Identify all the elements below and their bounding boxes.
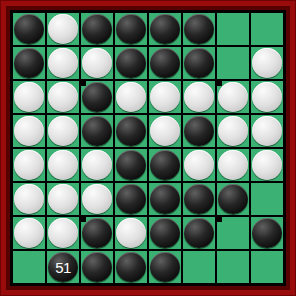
black-disc bbox=[218, 184, 248, 214]
black-disc bbox=[184, 116, 214, 146]
black-disc bbox=[150, 252, 180, 282]
black-disc bbox=[150, 14, 180, 44]
cell-f6[interactable] bbox=[183, 183, 215, 215]
white-disc bbox=[14, 218, 44, 248]
star-point bbox=[80, 216, 86, 222]
cell-a5[interactable] bbox=[13, 149, 45, 181]
cell-a1[interactable] bbox=[13, 13, 45, 45]
cell-g1[interactable] bbox=[217, 13, 249, 45]
cell-e7[interactable] bbox=[149, 217, 181, 249]
white-disc bbox=[48, 14, 78, 44]
cell-h8[interactable] bbox=[251, 251, 283, 283]
cell-f8[interactable] bbox=[183, 251, 215, 283]
cell-e1[interactable] bbox=[149, 13, 181, 45]
black-disc bbox=[150, 184, 180, 214]
black-disc bbox=[116, 150, 146, 180]
cell-d1[interactable] bbox=[115, 13, 147, 45]
cell-b5[interactable] bbox=[47, 149, 79, 181]
cell-h6[interactable] bbox=[251, 183, 283, 215]
black-disc bbox=[184, 218, 214, 248]
black-disc bbox=[150, 218, 180, 248]
black-disc bbox=[82, 252, 112, 282]
white-disc bbox=[48, 218, 78, 248]
black-disc bbox=[82, 82, 112, 112]
cell-e5[interactable] bbox=[149, 149, 181, 181]
white-disc bbox=[252, 82, 282, 112]
white-disc bbox=[82, 48, 112, 78]
cell-c6[interactable] bbox=[81, 183, 113, 215]
star-point bbox=[216, 80, 222, 86]
black-disc bbox=[252, 218, 282, 248]
white-disc bbox=[252, 150, 282, 180]
cell-d8[interactable] bbox=[115, 251, 147, 283]
cell-f5[interactable] bbox=[183, 149, 215, 181]
cell-d5[interactable] bbox=[115, 149, 147, 181]
white-disc bbox=[14, 82, 44, 112]
cell-g2[interactable] bbox=[217, 47, 249, 79]
white-disc bbox=[252, 116, 282, 146]
white-disc bbox=[218, 82, 248, 112]
board-frame: 51 bbox=[0, 0, 296, 296]
star-point bbox=[216, 216, 222, 222]
white-disc bbox=[14, 184, 44, 214]
move-number-label: 51 bbox=[48, 252, 78, 282]
cell-c8[interactable] bbox=[81, 251, 113, 283]
cell-b6[interactable] bbox=[47, 183, 79, 215]
cell-a6[interactable] bbox=[13, 183, 45, 215]
white-disc bbox=[48, 48, 78, 78]
black-disc bbox=[82, 218, 112, 248]
white-disc bbox=[184, 82, 214, 112]
white-disc bbox=[82, 184, 112, 214]
white-disc bbox=[116, 218, 146, 248]
black-disc bbox=[150, 48, 180, 78]
cell-b2[interactable] bbox=[47, 47, 79, 79]
black-disc bbox=[14, 48, 44, 78]
white-disc bbox=[48, 82, 78, 112]
black-disc bbox=[82, 14, 112, 44]
cell-f4[interactable] bbox=[183, 115, 215, 147]
cell-e3[interactable] bbox=[149, 81, 181, 113]
white-disc bbox=[48, 150, 78, 180]
cell-c2[interactable] bbox=[81, 47, 113, 79]
black-disc bbox=[116, 48, 146, 78]
cell-e6[interactable] bbox=[149, 183, 181, 215]
cell-d2[interactable] bbox=[115, 47, 147, 79]
cell-g8[interactable] bbox=[217, 251, 249, 283]
cell-a2[interactable] bbox=[13, 47, 45, 79]
cell-h4[interactable] bbox=[251, 115, 283, 147]
cell-b8[interactable]: 51 bbox=[47, 251, 79, 283]
cell-f3[interactable] bbox=[183, 81, 215, 113]
cell-a3[interactable] bbox=[13, 81, 45, 113]
white-disc bbox=[48, 184, 78, 214]
cell-g4[interactable] bbox=[217, 115, 249, 147]
cell-c4[interactable] bbox=[81, 115, 113, 147]
white-disc bbox=[14, 116, 44, 146]
cell-d6[interactable] bbox=[115, 183, 147, 215]
white-disc bbox=[184, 150, 214, 180]
black-disc: 51 bbox=[48, 252, 78, 282]
white-disc bbox=[48, 116, 78, 146]
cell-f7[interactable] bbox=[183, 217, 215, 249]
black-disc bbox=[150, 150, 180, 180]
white-disc bbox=[14, 150, 44, 180]
white-disc bbox=[82, 150, 112, 180]
cell-h1[interactable] bbox=[251, 13, 283, 45]
white-disc bbox=[116, 82, 146, 112]
cell-a4[interactable] bbox=[13, 115, 45, 147]
cell-e2[interactable] bbox=[149, 47, 181, 79]
black-disc bbox=[184, 14, 214, 44]
cell-d7[interactable] bbox=[115, 217, 147, 249]
cell-b1[interactable] bbox=[47, 13, 79, 45]
cell-b7[interactable] bbox=[47, 217, 79, 249]
black-disc bbox=[116, 252, 146, 282]
cell-a7[interactable] bbox=[13, 217, 45, 249]
black-disc bbox=[82, 116, 112, 146]
star-point bbox=[80, 80, 86, 86]
black-disc bbox=[184, 184, 214, 214]
othello-board: 51 bbox=[10, 10, 286, 286]
white-disc bbox=[218, 150, 248, 180]
cell-d3[interactable] bbox=[115, 81, 147, 113]
white-disc bbox=[252, 48, 282, 78]
black-disc bbox=[116, 14, 146, 44]
cell-h7[interactable] bbox=[251, 217, 283, 249]
cell-c5[interactable] bbox=[81, 149, 113, 181]
black-disc bbox=[116, 184, 146, 214]
cell-g6[interactable] bbox=[217, 183, 249, 215]
cell-c1[interactable] bbox=[81, 13, 113, 45]
white-disc bbox=[150, 82, 180, 112]
black-disc bbox=[14, 14, 44, 44]
white-disc bbox=[218, 116, 248, 146]
cell-e8[interactable] bbox=[149, 251, 181, 283]
cell-f1[interactable] bbox=[183, 13, 215, 45]
black-disc bbox=[184, 48, 214, 78]
cell-h2[interactable] bbox=[251, 47, 283, 79]
cell-g5[interactable] bbox=[217, 149, 249, 181]
cell-h3[interactable] bbox=[251, 81, 283, 113]
cell-b3[interactable] bbox=[47, 81, 79, 113]
cell-f2[interactable] bbox=[183, 47, 215, 79]
black-disc bbox=[116, 116, 146, 146]
white-disc bbox=[150, 116, 180, 146]
cell-b4[interactable] bbox=[47, 115, 79, 147]
cell-a8[interactable] bbox=[13, 251, 45, 283]
cell-d4[interactable] bbox=[115, 115, 147, 147]
cell-h5[interactable] bbox=[251, 149, 283, 181]
cell-e4[interactable] bbox=[149, 115, 181, 147]
